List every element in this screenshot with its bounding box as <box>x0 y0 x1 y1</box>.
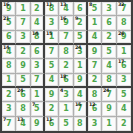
cell-r9c2[interactable]: 134 <box>16 117 30 131</box>
solution-digit: 7 <box>20 19 26 27</box>
cage-sum-label: 14 <box>32 31 38 36</box>
solution-digit: 5 <box>92 5 98 13</box>
cell-r7c7[interactable]: 8 <box>88 88 102 102</box>
cell-r1c9[interactable]: 327 <box>117 2 131 16</box>
cell-r1c1[interactable]: 169 <box>2 2 16 16</box>
cell-r8c8[interactable]: 9 <box>102 102 116 116</box>
cage-sum-label: 32 <box>118 2 124 7</box>
solution-digit: 2 <box>106 33 112 41</box>
cell-r5c2[interactable]: 9 <box>16 59 30 73</box>
cell-r6c5[interactable]: 186 <box>59 74 73 88</box>
solution-digit: 1 <box>63 105 69 113</box>
cell-r4c9[interactable]: 1 <box>117 45 131 59</box>
cell-r8c2[interactable]: 8 <box>16 102 30 116</box>
cell-r1c2[interactable]: 1 <box>16 2 30 16</box>
solution-digit: 4 <box>92 33 98 41</box>
solution-digit: 5 <box>121 91 127 99</box>
cell-r5c6[interactable]: 1 <box>74 59 88 73</box>
cell-r9c5[interactable]: 5 <box>59 117 73 131</box>
cage-sum-label: 13 <box>60 2 66 7</box>
cage-sum-label: 11 <box>46 117 52 122</box>
cell-r1c7[interactable]: 85 <box>88 2 102 16</box>
cell-r7c9[interactable]: 5 <box>117 88 131 102</box>
cell-r5c9[interactable]: 176 <box>117 59 131 73</box>
solution-digit: 6 <box>106 19 112 27</box>
solution-digit: 8 <box>121 19 127 27</box>
cell-r1c8[interactable]: 3 <box>102 2 116 16</box>
solution-digit: 6 <box>6 33 12 41</box>
cell-r4c4[interactable]: 7 <box>45 45 59 59</box>
cell-r4c6[interactable]: 243 <box>74 45 88 59</box>
solution-digit: 5 <box>49 62 55 70</box>
cell-r6c7[interactable]: 2 <box>88 74 102 88</box>
cell-r4c3[interactable]: 6 <box>31 45 45 59</box>
cell-r2c4[interactable]: 3 <box>45 16 59 30</box>
solution-digit: 7 <box>92 62 98 70</box>
cell-r2c8[interactable]: 6 <box>102 16 116 30</box>
solution-digit: 9 <box>34 120 40 128</box>
cell-r1c3[interactable]: 2 <box>31 2 45 16</box>
cell-r3c8[interactable]: 2 <box>102 31 116 45</box>
cell-r4c8[interactable]: 5 <box>102 45 116 59</box>
cell-r1c5[interactable]: 134 <box>59 2 73 16</box>
solution-digit: 2 <box>34 5 40 13</box>
solution-digit: 7 <box>63 33 69 41</box>
cell-r8c6[interactable]: 157 <box>74 102 88 116</box>
solution-digit: 2 <box>121 120 127 128</box>
solution-digit: 8 <box>20 105 26 113</box>
solution-digit: 3 <box>121 76 127 84</box>
cage-sum-label: 8 <box>89 2 92 7</box>
solution-digit: 5 <box>77 33 83 41</box>
cell-r3c9[interactable]: 269 <box>117 31 131 45</box>
cell-r6c2[interactable]: 5 <box>16 74 30 88</box>
solution-digit: 1 <box>77 62 83 70</box>
solution-digit: 7 <box>49 48 55 56</box>
solution-digit: 3 <box>20 33 26 41</box>
solution-digit: 2 <box>63 62 69 70</box>
cage-sum-label: 16 <box>60 16 66 21</box>
cell-r4c1[interactable]: 144 <box>2 45 16 59</box>
cell-r9c7[interactable]: 3 <box>88 117 102 131</box>
solution-digit: 1 <box>106 120 112 128</box>
cage-sum-label: 26 <box>118 31 124 36</box>
cell-r9c1[interactable]: 77 <box>2 117 16 131</box>
cell-r3c7[interactable]: 4 <box>88 31 102 45</box>
cell-r9c6[interactable]: 8 <box>74 117 88 131</box>
solution-digit: 4 <box>34 19 40 27</box>
solution-digit: 9 <box>106 105 112 113</box>
cell-r1c4[interactable]: 118 <box>45 2 59 16</box>
solution-digit: 1 <box>34 91 40 99</box>
solution-digit: 1 <box>121 48 127 56</box>
cell-r8c3[interactable]: 75 <box>31 102 45 116</box>
cage-sum-label: 12 <box>89 102 95 107</box>
cell-r7c3[interactable]: 1 <box>31 88 45 102</box>
cell-r8c5[interactable]: 1 <box>59 102 73 116</box>
solution-digit: 8 <box>92 91 98 99</box>
solution-digit: 9 <box>77 76 83 84</box>
solution-digit: 6 <box>34 48 40 56</box>
cell-r2c3[interactable]: 4 <box>31 16 45 30</box>
cell-r5c7[interactable]: 7 <box>88 59 102 73</box>
solution-digit: 3 <box>49 19 55 27</box>
solution-digit: 3 <box>92 120 98 128</box>
cell-r3c1[interactable]: 6 <box>2 31 16 45</box>
cell-r6c6[interactable]: 9 <box>74 74 88 88</box>
cell-r1c6[interactable]: 6 <box>74 2 88 16</box>
cell-r4c5[interactable]: 8 <box>59 45 73 59</box>
cell-r2c5[interactable]: 169 <box>59 16 73 30</box>
cage-sum-label: 7 <box>3 117 6 122</box>
cell-r5c3[interactable]: 3 <box>31 59 45 73</box>
cell-r8c7[interactable]: 126 <box>88 102 102 116</box>
cage-sum-label: 9 <box>75 16 78 21</box>
cell-r6c8[interactable]: 8 <box>102 74 116 88</box>
solution-digit: 3 <box>34 62 40 70</box>
cage-sum-label: 17 <box>118 59 124 64</box>
cell-r7c6[interactable]: 4 <box>74 88 88 102</box>
cell-r2c6[interactable]: 92 <box>74 16 88 30</box>
cell-r5c1[interactable]: 8 <box>2 59 16 73</box>
solution-digit: 1 <box>20 5 26 13</box>
cage-sum-label: 15 <box>75 102 81 107</box>
cell-r8c4[interactable]: 2 <box>45 102 59 116</box>
solution-digit: 5 <box>106 48 112 56</box>
cell-r2c7[interactable]: 1 <box>88 16 102 30</box>
cell-r7c4[interactable]: 9 <box>45 88 59 102</box>
cage-sum-label: 18 <box>60 74 66 79</box>
cage-sum-label: 16 <box>3 2 9 7</box>
cell-r2c1[interactable]: 215 <box>2 16 16 30</box>
cell-r6c3[interactable]: 7 <box>31 74 45 88</box>
cell-r8c9[interactable]: 4 <box>117 102 131 116</box>
cell-r4c7[interactable]: 9 <box>88 45 102 59</box>
cell-r8c1[interactable]: 3 <box>2 102 16 116</box>
cage-sum-label: 11 <box>46 2 52 7</box>
solution-digit: 4 <box>77 91 83 99</box>
solution-digit: 3 <box>63 91 69 99</box>
cage-sum-label: 13 <box>17 117 23 122</box>
cage-sum-label: 7 <box>32 102 35 107</box>
cell-r9c8[interactable]: 1 <box>102 117 116 131</box>
solution-digit: 2 <box>6 91 12 99</box>
solution-digit: 9 <box>49 91 55 99</box>
solution-digit: 4 <box>106 62 112 70</box>
cell-r3c5[interactable]: 7 <box>59 31 73 45</box>
cell-r6c9[interactable]: 3 <box>117 74 131 88</box>
cell-r3c6[interactable]: 5 <box>74 31 88 45</box>
sudoku-board: 1691211813468533272157431699216863148151… <box>0 0 133 133</box>
cell-r5c8[interactable]: 4 <box>102 59 116 73</box>
solution-digit: 8 <box>63 48 69 56</box>
solution-digit: 8 <box>77 120 83 128</box>
solution-digit: 7 <box>6 120 12 128</box>
solution-digit: 1 <box>92 19 98 27</box>
solution-digit: 2 <box>92 76 98 84</box>
solution-digit: 3 <box>6 105 12 113</box>
cage-sum-label: 24 <box>75 45 81 50</box>
solution-digit: 5 <box>20 76 26 84</box>
solution-digit: 5 <box>63 120 69 128</box>
cell-r6c1[interactable]: 1 <box>2 74 16 88</box>
cell-r2c2[interactable]: 7 <box>16 16 30 30</box>
solution-digit: 3 <box>106 5 112 13</box>
cell-r7c5[interactable]: 43 <box>59 88 73 102</box>
solution-digit: 4 <box>49 76 55 84</box>
solution-digit: 8 <box>6 62 12 70</box>
cell-r5c4[interactable]: 5 <box>45 59 59 73</box>
cage-sum-label: 24 <box>17 88 23 93</box>
cell-r3c2[interactable]: 3 <box>16 31 30 45</box>
cell-r9c3[interactable]: 9 <box>31 117 45 131</box>
cage-sum-label: 4 <box>60 88 63 93</box>
solution-digit: 2 <box>20 48 26 56</box>
cage-sum-label: 15 <box>46 31 52 36</box>
cage-sum-label: 24 <box>103 88 109 93</box>
solution-digit: 2 <box>49 105 55 113</box>
cell-r4c2[interactable]: 2 <box>16 45 30 59</box>
solution-digit: 9 <box>20 62 26 70</box>
cell-r5c5[interactable]: 2 <box>59 59 73 73</box>
cage-sum-label: 21 <box>3 16 9 21</box>
solution-digit: 8 <box>106 76 112 84</box>
cell-r9c4[interactable]: 116 <box>45 117 59 131</box>
solution-digit: 7 <box>34 76 40 84</box>
cell-r9c9[interactable]: 2 <box>117 117 131 131</box>
cell-r3c3[interactable]: 148 <box>31 31 45 45</box>
cage-sum-label: 14 <box>3 45 9 50</box>
cell-r6c4[interactable]: 4 <box>45 74 59 88</box>
solution-digit: 4 <box>121 105 127 113</box>
cell-r3c4[interactable]: 151 <box>45 31 59 45</box>
cell-r2c9[interactable]: 8 <box>117 16 131 30</box>
solution-digit: 6 <box>77 5 83 13</box>
solution-digit: 9 <box>92 48 98 56</box>
cell-r7c2[interactable]: 246 <box>16 88 30 102</box>
cell-r7c8[interactable]: 247 <box>102 88 116 102</box>
solution-digit: 1 <box>6 76 12 84</box>
cell-r7c1[interactable]: 2 <box>2 88 16 102</box>
